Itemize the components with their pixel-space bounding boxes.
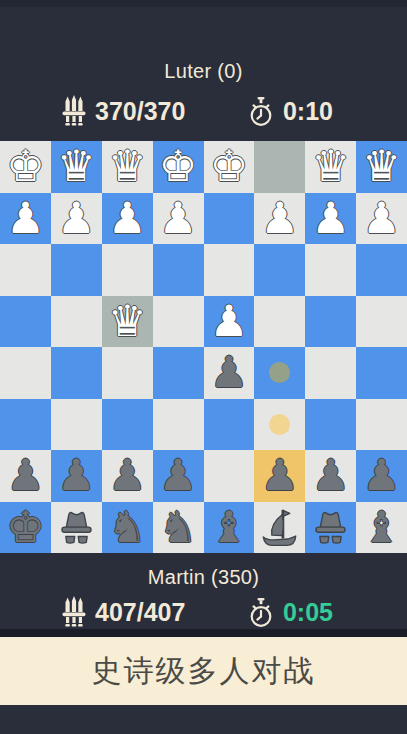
square-g4[interactable] bbox=[305, 347, 356, 399]
gray-pawn: ♟ bbox=[261, 454, 300, 497]
square-a7[interactable]: ♟ bbox=[0, 193, 51, 245]
square-b6[interactable] bbox=[51, 244, 102, 296]
square-f8[interactable] bbox=[254, 141, 305, 193]
square-h1[interactable]: ♝ bbox=[356, 502, 407, 554]
white-queen: ♛ bbox=[57, 145, 96, 188]
square-c5[interactable]: ♛ bbox=[102, 296, 153, 348]
square-c1[interactable]: ♞ bbox=[102, 502, 153, 554]
white-pawn: ♟ bbox=[362, 197, 401, 240]
square-h5[interactable] bbox=[356, 296, 407, 348]
gray-pawn: ♟ bbox=[159, 454, 198, 497]
square-c2[interactable]: ♟ bbox=[102, 450, 153, 502]
opponent-hp-stat: 370/370 bbox=[62, 95, 185, 128]
square-g3[interactable] bbox=[305, 399, 356, 451]
square-e6[interactable] bbox=[204, 244, 255, 296]
white-pawn: ♟ bbox=[261, 197, 300, 240]
square-e3[interactable] bbox=[204, 399, 255, 451]
square-d1[interactable]: ♞ bbox=[153, 502, 204, 554]
player-timer-stat: 0:05 bbox=[248, 598, 333, 628]
stopwatch-icon bbox=[248, 97, 274, 127]
white-king: ♚ bbox=[159, 145, 198, 188]
gray-pawn: ♟ bbox=[311, 454, 350, 497]
opponent-time: 0:10 bbox=[283, 97, 333, 126]
white-queen: ♛ bbox=[108, 145, 147, 188]
square-d8[interactable]: ♚ bbox=[153, 141, 204, 193]
swords-icon bbox=[62, 596, 86, 629]
square-d6[interactable] bbox=[153, 244, 204, 296]
square-e2[interactable] bbox=[204, 450, 255, 502]
square-a6[interactable] bbox=[0, 244, 51, 296]
white-king: ♚ bbox=[6, 145, 45, 188]
square-c7[interactable]: ♟ bbox=[102, 193, 153, 245]
square-g7[interactable]: ♟ bbox=[305, 193, 356, 245]
square-a2[interactable]: ♟ bbox=[0, 450, 51, 502]
gray-spy-hat bbox=[56, 507, 97, 548]
square-c8[interactable]: ♛ bbox=[102, 141, 153, 193]
gray-ship bbox=[259, 507, 300, 548]
square-g5[interactable] bbox=[305, 296, 356, 348]
white-queen: ♛ bbox=[311, 145, 350, 188]
square-f4[interactable] bbox=[254, 347, 305, 399]
square-f1[interactable] bbox=[254, 502, 305, 554]
square-f7[interactable]: ♟ bbox=[254, 193, 305, 245]
square-f5[interactable] bbox=[254, 296, 305, 348]
square-d3[interactable] bbox=[153, 399, 204, 451]
gray-bishop: ♝ bbox=[362, 506, 401, 549]
move-dot bbox=[269, 362, 290, 383]
square-e1[interactable]: ♝ bbox=[204, 502, 255, 554]
ad-banner[interactable]: 史诗级多人对战 bbox=[0, 637, 407, 705]
opponent-name: Luter (0) bbox=[0, 60, 407, 83]
player-panel: Martin (350) 407/407 bbox=[0, 566, 407, 629]
white-pawn: ♟ bbox=[159, 197, 198, 240]
square-f6[interactable] bbox=[254, 244, 305, 296]
square-e4[interactable]: ♟ bbox=[204, 347, 255, 399]
gray-pawn: ♟ bbox=[108, 454, 147, 497]
white-pawn: ♟ bbox=[311, 197, 350, 240]
square-h7[interactable]: ♟ bbox=[356, 193, 407, 245]
swords-icon bbox=[62, 95, 86, 128]
stopwatch-icon bbox=[248, 598, 274, 628]
white-queen: ♛ bbox=[362, 145, 401, 188]
square-h3[interactable] bbox=[356, 399, 407, 451]
square-a8[interactable]: ♚ bbox=[0, 141, 51, 193]
white-pawn: ♟ bbox=[108, 197, 147, 240]
gray-pawn: ♟ bbox=[210, 351, 249, 394]
square-b3[interactable] bbox=[51, 399, 102, 451]
square-a5[interactable] bbox=[0, 296, 51, 348]
square-b8[interactable]: ♛ bbox=[51, 141, 102, 193]
square-a4[interactable] bbox=[0, 347, 51, 399]
white-pawn: ♟ bbox=[57, 197, 96, 240]
opponent-timer-stat: 0:10 bbox=[248, 97, 333, 127]
white-king: ♚ bbox=[210, 145, 249, 188]
square-c6[interactable] bbox=[102, 244, 153, 296]
square-d5[interactable] bbox=[153, 296, 204, 348]
opponent-panel: Luter (0) 370/370 bbox=[0, 60, 407, 128]
square-a3[interactable] bbox=[0, 399, 51, 451]
square-c3[interactable] bbox=[102, 399, 153, 451]
gray-pegasus-knight: ♞ bbox=[108, 506, 147, 549]
gray-pawn: ♟ bbox=[362, 454, 401, 497]
white-pawn: ♟ bbox=[6, 197, 45, 240]
player-hp: 407/407 bbox=[95, 598, 185, 627]
divider bbox=[0, 629, 407, 637]
status-bar bbox=[0, 0, 407, 7]
square-f3[interactable] bbox=[254, 399, 305, 451]
square-e5[interactable]: ♟ bbox=[204, 296, 255, 348]
square-h8[interactable]: ♛ bbox=[356, 141, 407, 193]
square-b5[interactable] bbox=[51, 296, 102, 348]
square-e8[interactable]: ♚ bbox=[204, 141, 255, 193]
white-pawn: ♟ bbox=[210, 300, 249, 343]
square-h4[interactable] bbox=[356, 347, 407, 399]
square-b4[interactable] bbox=[51, 347, 102, 399]
player-hp-stat: 407/407 bbox=[62, 596, 185, 629]
square-d2[interactable]: ♟ bbox=[153, 450, 204, 502]
gray-pawn: ♟ bbox=[57, 454, 96, 497]
ad-banner-text: 史诗级多人对战 bbox=[92, 651, 316, 692]
square-f2[interactable]: ♟ bbox=[254, 450, 305, 502]
square-c4[interactable] bbox=[102, 347, 153, 399]
opponent-hp: 370/370 bbox=[95, 97, 185, 126]
gray-pegasus-knight: ♞ bbox=[159, 506, 198, 549]
square-d7[interactable]: ♟ bbox=[153, 193, 204, 245]
square-g1[interactable] bbox=[305, 502, 356, 554]
player-name: Martin (350) bbox=[0, 566, 407, 589]
square-b1[interactable] bbox=[51, 502, 102, 554]
square-g2[interactable]: ♟ bbox=[305, 450, 356, 502]
square-b7[interactable]: ♟ bbox=[51, 193, 102, 245]
chess-board: ♚♛♛♚♚♛♛♟♟♟♟♟♟♟♛♟♟♟♟♟♟♟♟♟♚♞♞♝♝ bbox=[0, 141, 407, 553]
square-a1[interactable]: ♚ bbox=[0, 502, 51, 554]
move-dot bbox=[269, 414, 290, 435]
square-h6[interactable] bbox=[356, 244, 407, 296]
gray-king: ♚ bbox=[6, 506, 45, 549]
square-d4[interactable] bbox=[153, 347, 204, 399]
square-g8[interactable]: ♛ bbox=[305, 141, 356, 193]
gray-spy-hat bbox=[310, 507, 351, 548]
square-b2[interactable]: ♟ bbox=[51, 450, 102, 502]
square-h2[interactable]: ♟ bbox=[356, 450, 407, 502]
square-g6[interactable] bbox=[305, 244, 356, 296]
player-time: 0:05 bbox=[283, 598, 333, 627]
gray-pawn: ♟ bbox=[6, 454, 45, 497]
square-e7[interactable] bbox=[204, 193, 255, 245]
white-queen: ♛ bbox=[108, 300, 147, 343]
gray-bishop: ♝ bbox=[210, 506, 249, 549]
